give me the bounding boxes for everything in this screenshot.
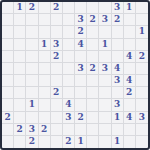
board-cell[interactable]: 1: [136, 26, 148, 38]
board-cell[interactable]: [2, 87, 14, 99]
board-cell[interactable]: 2: [26, 2, 38, 14]
board-cell[interactable]: [112, 39, 124, 51]
board-cell[interactable]: [124, 99, 136, 111]
board-cell[interactable]: 1: [75, 136, 87, 148]
board-cell[interactable]: 3: [51, 39, 63, 51]
board-cell[interactable]: 2: [63, 136, 75, 148]
board-cell[interactable]: [2, 63, 14, 75]
board-cell[interactable]: [2, 99, 14, 111]
board-cell[interactable]: 1: [39, 39, 51, 51]
board-cell[interactable]: 2: [51, 2, 63, 14]
board-cell[interactable]: [87, 112, 99, 124]
board-cell[interactable]: 4: [63, 99, 75, 111]
board-cell[interactable]: [124, 124, 136, 136]
board-cell[interactable]: [124, 14, 136, 26]
board-cell[interactable]: [26, 14, 38, 26]
board-cell[interactable]: [39, 2, 51, 14]
board-cell[interactable]: [51, 124, 63, 136]
board-cell[interactable]: [2, 39, 14, 51]
board-cell[interactable]: [87, 136, 99, 148]
board-cell[interactable]: [51, 14, 63, 26]
board-cell[interactable]: [87, 124, 99, 136]
board-cell[interactable]: [51, 99, 63, 111]
board-cell[interactable]: [39, 14, 51, 26]
board-cell[interactable]: [39, 99, 51, 111]
board-cell[interactable]: [75, 124, 87, 136]
board-cell[interactable]: [39, 136, 51, 148]
board-cell[interactable]: [63, 14, 75, 26]
board-cell[interactable]: [63, 2, 75, 14]
board-cell[interactable]: 1: [124, 2, 136, 14]
board-cell[interactable]: [99, 51, 111, 63]
board-cell[interactable]: [112, 26, 124, 38]
board-cell[interactable]: [2, 2, 14, 14]
board-cell[interactable]: [26, 75, 38, 87]
board-cell[interactable]: [87, 75, 99, 87]
board-cell[interactable]: [87, 39, 99, 51]
board-cell[interactable]: 1: [112, 112, 124, 124]
board-cell[interactable]: [63, 51, 75, 63]
board-cell[interactable]: [51, 136, 63, 148]
board-cell[interactable]: [99, 75, 111, 87]
board-cell[interactable]: [136, 124, 148, 136]
board-cell[interactable]: [39, 51, 51, 63]
board-cell[interactable]: [26, 39, 38, 51]
board-cell[interactable]: [26, 63, 38, 75]
board-cell[interactable]: [14, 87, 26, 99]
board-cell[interactable]: [112, 51, 124, 63]
board-cell[interactable]: [2, 124, 14, 136]
board-cell[interactable]: [75, 51, 87, 63]
board-cell[interactable]: [14, 63, 26, 75]
board-cell[interactable]: [136, 87, 148, 99]
board-cell[interactable]: [39, 112, 51, 124]
board-cell[interactable]: 2: [87, 63, 99, 75]
board-cell[interactable]: [87, 87, 99, 99]
board-cell[interactable]: [14, 136, 26, 148]
board-cell[interactable]: 4: [124, 112, 136, 124]
board-cell[interactable]: [14, 51, 26, 63]
board-cell[interactable]: [51, 26, 63, 38]
board-cell[interactable]: [87, 26, 99, 38]
board-cell[interactable]: 3: [26, 124, 38, 136]
board-cell[interactable]: [136, 39, 148, 51]
board-cell[interactable]: [26, 87, 38, 99]
board-cell[interactable]: [14, 99, 26, 111]
board-cell[interactable]: [136, 99, 148, 111]
board-cell[interactable]: 4: [75, 39, 87, 51]
board-cell[interactable]: [99, 124, 111, 136]
board-cell[interactable]: [75, 75, 87, 87]
board-cell[interactable]: 2: [75, 26, 87, 38]
board-cell[interactable]: [136, 75, 148, 87]
board-cell[interactable]: [99, 136, 111, 148]
board-cell[interactable]: [51, 75, 63, 87]
board-cell[interactable]: [51, 63, 63, 75]
board-cell[interactable]: [63, 26, 75, 38]
board-cell[interactable]: 2: [124, 87, 136, 99]
board-cell[interactable]: [99, 112, 111, 124]
board-cell[interactable]: [87, 2, 99, 14]
board-cell[interactable]: 1: [99, 39, 111, 51]
board-cell[interactable]: 2: [112, 14, 124, 26]
board-cell[interactable]: 2: [26, 136, 38, 148]
board-cell[interactable]: [136, 2, 148, 14]
board-cell[interactable]: [87, 99, 99, 111]
board-cell[interactable]: 3: [75, 63, 87, 75]
board-cell[interactable]: 3: [75, 14, 87, 26]
board-cell[interactable]: 3: [99, 14, 111, 26]
board-cell[interactable]: 1: [112, 136, 124, 148]
board-cell[interactable]: [124, 26, 136, 38]
board-cell[interactable]: 1: [26, 99, 38, 111]
board-cell[interactable]: 3: [99, 63, 111, 75]
board-cell[interactable]: [14, 75, 26, 87]
board-cell[interactable]: [112, 124, 124, 136]
board-cell[interactable]: [136, 136, 148, 148]
board-cell[interactable]: [124, 63, 136, 75]
board-cell[interactable]: [51, 112, 63, 124]
board-cell[interactable]: [99, 2, 111, 14]
board-cell[interactable]: [75, 99, 87, 111]
board-cell[interactable]: [26, 112, 38, 124]
board-cell[interactable]: [63, 75, 75, 87]
board-cell[interactable]: 4: [124, 51, 136, 63]
board-cell[interactable]: 4: [124, 75, 136, 87]
board-cell[interactable]: [39, 75, 51, 87]
puzzle-board: 1223132322113412423234342214323214323222…: [0, 0, 150, 150]
board-cell[interactable]: 4: [112, 63, 124, 75]
board-cell[interactable]: [2, 136, 14, 148]
board-cell[interactable]: [2, 51, 14, 63]
board-cell[interactable]: [63, 63, 75, 75]
board-cell[interactable]: 3: [112, 75, 124, 87]
board-cell[interactable]: 2: [87, 14, 99, 26]
board-cell[interactable]: [14, 112, 26, 124]
board-cell[interactable]: [63, 39, 75, 51]
board-cell[interactable]: 3: [136, 112, 148, 124]
board-cell[interactable]: [124, 39, 136, 51]
board-cell[interactable]: 2: [75, 112, 87, 124]
board-cell[interactable]: 2: [136, 51, 148, 63]
board-cell[interactable]: [112, 87, 124, 99]
board-cell[interactable]: 2: [14, 124, 26, 136]
board-cell[interactable]: [26, 26, 38, 38]
board-cell[interactable]: [2, 14, 14, 26]
board-cell[interactable]: 3: [112, 2, 124, 14]
board-cell[interactable]: [99, 99, 111, 111]
board-cell[interactable]: 2: [2, 112, 14, 124]
board-cell[interactable]: 3: [63, 112, 75, 124]
board-cell[interactable]: [39, 63, 51, 75]
board-cell[interactable]: 2: [51, 87, 63, 99]
board-cell[interactable]: [124, 136, 136, 148]
board-cell[interactable]: [26, 51, 38, 63]
board-cell[interactable]: [39, 87, 51, 99]
board-cell[interactable]: [136, 14, 148, 26]
board-cell[interactable]: [87, 51, 99, 63]
board-cell[interactable]: [63, 87, 75, 99]
board-cell[interactable]: [14, 26, 26, 38]
board-cell[interactable]: [75, 87, 87, 99]
board-cell[interactable]: [99, 87, 111, 99]
board-cell[interactable]: [2, 26, 14, 38]
board-cell[interactable]: 2: [51, 51, 63, 63]
board-cell[interactable]: [136, 63, 148, 75]
board-cell[interactable]: [14, 14, 26, 26]
board-cell[interactable]: [75, 2, 87, 14]
board-cell[interactable]: [2, 75, 14, 87]
board-cell[interactable]: 1: [14, 2, 26, 14]
board-cell[interactable]: [63, 124, 75, 136]
board-cell[interactable]: 3: [112, 99, 124, 111]
board-cell[interactable]: [39, 26, 51, 38]
board-cell[interactable]: [99, 26, 111, 38]
board-cell[interactable]: [14, 39, 26, 51]
board-cell[interactable]: 2: [39, 124, 51, 136]
